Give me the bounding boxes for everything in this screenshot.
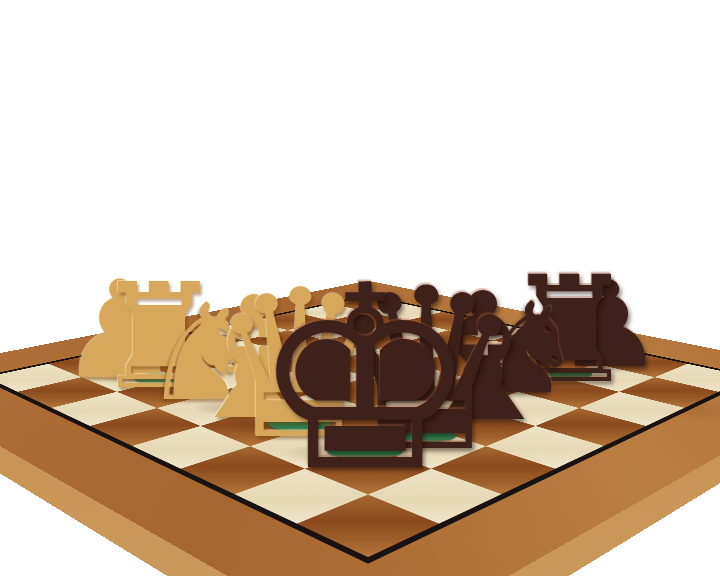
product-photo-canvas: ♟♜♞♝♛♚♛♝♞♜♟ [0,0,720,576]
pieces-layer: ♟♜♞♝♛♚♛♝♞♜♟ [0,0,720,576]
piece-glyph-king: ♚ [251,252,479,506]
